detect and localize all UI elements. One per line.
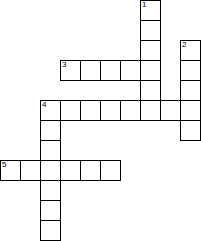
crossword-cell[interactable] <box>80 160 101 181</box>
crossword-cell[interactable] <box>140 20 161 41</box>
crossword-cell[interactable] <box>160 100 181 121</box>
clue-number: 4 <box>42 101 46 109</box>
crossword-cell[interactable] <box>140 60 161 81</box>
crossword-cell[interactable] <box>80 60 101 81</box>
crossword-cell[interactable] <box>140 100 161 121</box>
crossword-cell[interactable] <box>40 220 61 241</box>
crossword-cell[interactable] <box>40 160 61 181</box>
crossword-cell[interactable] <box>180 80 201 101</box>
crossword-cell[interactable]: 5 <box>0 160 21 181</box>
crossword-cell[interactable] <box>140 40 161 61</box>
crossword-cell[interactable] <box>80 100 101 121</box>
clue-number: 1 <box>142 1 146 9</box>
crossword-cell[interactable] <box>100 100 121 121</box>
crossword-cell[interactable] <box>180 60 201 81</box>
crossword-puzzle-page: 12345 <box>0 0 201 241</box>
crossword-cell[interactable]: 2 <box>180 40 201 61</box>
crossword-cell[interactable] <box>60 160 81 181</box>
crossword-cell[interactable] <box>120 100 141 121</box>
crossword-cell[interactable] <box>180 120 201 141</box>
crossword-cell[interactable] <box>140 80 161 101</box>
clue-number: 5 <box>2 161 6 169</box>
crossword-cell[interactable] <box>40 140 61 161</box>
crossword-cell[interactable] <box>40 200 61 221</box>
clue-number: 3 <box>62 61 66 69</box>
crossword-cell[interactable] <box>180 100 201 121</box>
crossword-cell[interactable]: 3 <box>60 60 81 81</box>
crossword-grid: 12345 <box>0 0 201 241</box>
crossword-cell[interactable] <box>20 160 41 181</box>
crossword-cell[interactable]: 1 <box>140 0 161 21</box>
crossword-cell[interactable] <box>100 60 121 81</box>
crossword-cell[interactable] <box>60 100 81 121</box>
crossword-cell[interactable] <box>40 180 61 201</box>
crossword-cell[interactable]: 4 <box>40 100 61 121</box>
crossword-cell[interactable] <box>40 120 61 141</box>
crossword-cell[interactable] <box>120 60 141 81</box>
clue-number: 2 <box>182 41 186 49</box>
crossword-cell[interactable] <box>100 160 121 181</box>
